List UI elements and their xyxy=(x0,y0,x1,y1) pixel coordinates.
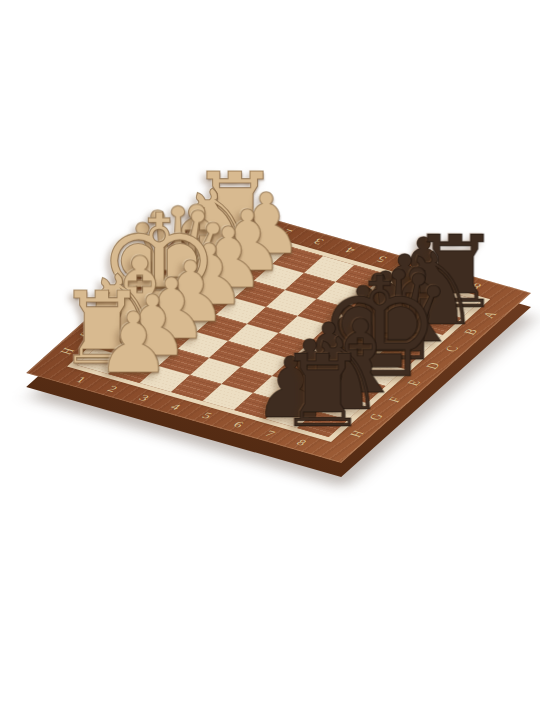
coord-rank-3-far-edge: 3 xyxy=(311,237,326,246)
coord-rank-5-near-edge: 5 xyxy=(200,411,215,420)
coord-rank-4-near-edge: 4 xyxy=(168,402,183,411)
chess-board: 1122334455667788AABBCCDDEEFFGGHH♜♞♝♛♚♝♞♜… xyxy=(26,203,531,463)
coord-rank-3-near-edge: 3 xyxy=(137,393,152,402)
white-pawn-glyph: ♟ xyxy=(96,301,171,385)
coord-rank-6-near-edge: 6 xyxy=(231,420,246,429)
chess-set-photo-scene: 1122334455667788AABBCCDDEEFFGGHH♜♞♝♛♚♝♞♜… xyxy=(0,0,540,720)
black-rook-glyph: ♜ xyxy=(278,342,368,442)
